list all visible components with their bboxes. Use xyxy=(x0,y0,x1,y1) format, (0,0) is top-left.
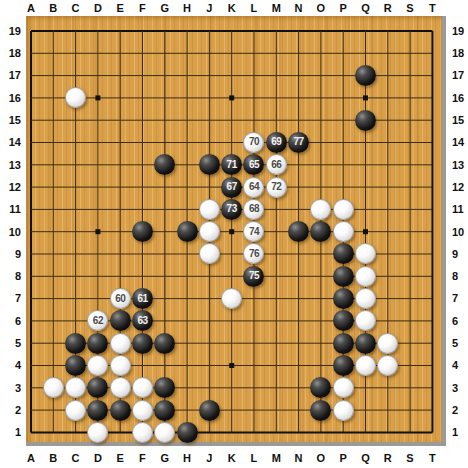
col-label: H xyxy=(176,450,198,466)
col-label: Q xyxy=(354,450,376,466)
col-label: P xyxy=(332,0,354,16)
stones-layer: 706977716566676472736874767560616263 xyxy=(20,20,444,444)
stone-black xyxy=(110,310,131,331)
stone-black: 63 xyxy=(132,310,153,331)
row-label: 14 xyxy=(452,131,468,153)
stone-white xyxy=(355,243,376,264)
stone-white xyxy=(377,333,398,354)
stone-black: 71 xyxy=(221,154,242,175)
col-label: E xyxy=(109,0,131,16)
stone-white xyxy=(65,87,86,108)
stone-white xyxy=(132,400,153,421)
move-number: 73 xyxy=(227,204,237,214)
move-number: 62 xyxy=(93,316,103,326)
col-label: S xyxy=(399,450,421,466)
stone-white xyxy=(132,422,153,443)
stone-white xyxy=(43,377,64,398)
stone-black: 75 xyxy=(243,266,264,287)
col-label: N xyxy=(287,0,309,16)
move-number: 76 xyxy=(249,249,259,259)
go-board[interactable]: 706977716566676472736874767560616263 xyxy=(26,16,446,446)
stone-black xyxy=(154,377,175,398)
stone-black xyxy=(87,400,108,421)
col-label: T xyxy=(421,450,443,466)
stone-black xyxy=(333,333,354,354)
stone-black xyxy=(333,243,354,264)
move-number: 67 xyxy=(227,182,237,192)
col-label: D xyxy=(87,450,109,466)
row-label: 8 xyxy=(452,265,468,287)
stone-white xyxy=(65,377,86,398)
col-label: R xyxy=(377,450,399,466)
stone-white xyxy=(65,400,86,421)
row-label: 16 xyxy=(452,87,468,109)
move-number: 70 xyxy=(249,137,259,147)
move-number: 64 xyxy=(249,182,259,192)
stone-white xyxy=(355,310,376,331)
col-label: D xyxy=(87,0,109,16)
stone-black xyxy=(154,154,175,175)
stone-black xyxy=(87,333,108,354)
stone-black xyxy=(177,422,198,443)
row-label: 1 xyxy=(452,421,468,443)
stone-black xyxy=(355,333,376,354)
stone-white xyxy=(333,199,354,220)
stone-white xyxy=(333,400,354,421)
stone-white: 76 xyxy=(243,243,264,264)
go-board-screen: ABCDEFGHJKLMNOPQRST ABCDEFGHJKLMNOPQRST … xyxy=(0,0,468,468)
column-labels-bottom: ABCDEFGHJKLMNOPQRST xyxy=(20,450,444,466)
stone-white xyxy=(355,288,376,309)
column-labels-top: ABCDEFGHJKLMNOPQRST xyxy=(20,0,444,16)
col-label: N xyxy=(287,450,309,466)
stone-black: 65 xyxy=(243,154,264,175)
row-label: 19 xyxy=(452,20,468,42)
move-number: 77 xyxy=(294,137,304,147)
col-label: A xyxy=(20,0,42,16)
move-number: 60 xyxy=(115,294,125,304)
stone-white xyxy=(154,422,175,443)
row-label: 6 xyxy=(452,310,468,332)
stone-black xyxy=(199,400,220,421)
col-label: Q xyxy=(354,0,376,16)
row-label: 10 xyxy=(452,221,468,243)
move-number: 66 xyxy=(271,160,281,170)
move-number: 72 xyxy=(271,182,281,192)
row-label: 12 xyxy=(452,176,468,198)
stone-black xyxy=(333,266,354,287)
stone-black xyxy=(110,400,131,421)
row-label: 5 xyxy=(452,332,468,354)
col-label: G xyxy=(154,450,176,466)
stone-white xyxy=(333,221,354,242)
col-label: K xyxy=(221,450,243,466)
col-label: M xyxy=(265,0,287,16)
stone-black xyxy=(310,377,331,398)
stone-black xyxy=(87,377,108,398)
stone-black xyxy=(132,221,153,242)
stone-black xyxy=(132,333,153,354)
stone-white: 68 xyxy=(243,199,264,220)
stone-black xyxy=(333,355,354,376)
stone-white: 72 xyxy=(266,177,287,198)
col-label: P xyxy=(332,450,354,466)
stone-white: 64 xyxy=(243,177,264,198)
stone-black xyxy=(154,400,175,421)
row-label: 2 xyxy=(452,399,468,421)
stone-white xyxy=(355,355,376,376)
col-label: F xyxy=(131,450,153,466)
col-label: S xyxy=(399,0,421,16)
col-label: G xyxy=(154,0,176,16)
stone-white: 66 xyxy=(266,154,287,175)
row-label: 18 xyxy=(452,42,468,64)
stone-black xyxy=(177,221,198,242)
stone-white xyxy=(110,377,131,398)
stone-white xyxy=(132,377,153,398)
stone-white xyxy=(110,333,131,354)
col-label: F xyxy=(131,0,153,16)
stone-white xyxy=(87,422,108,443)
stone-black: 67 xyxy=(221,177,242,198)
move-number: 63 xyxy=(137,316,147,326)
stone-white xyxy=(333,377,354,398)
stone-black xyxy=(355,65,376,86)
move-number: 65 xyxy=(249,160,259,170)
col-label: H xyxy=(176,0,198,16)
row-label: 11 xyxy=(452,198,468,220)
stone-white xyxy=(110,355,131,376)
col-label: J xyxy=(198,0,220,16)
stone-white xyxy=(377,355,398,376)
col-label: C xyxy=(64,450,86,466)
stone-black xyxy=(65,355,86,376)
stone-white xyxy=(199,243,220,264)
col-label: O xyxy=(310,0,332,16)
col-label: O xyxy=(310,450,332,466)
col-label: L xyxy=(243,450,265,466)
stone-black xyxy=(154,333,175,354)
row-label: 7 xyxy=(452,287,468,309)
row-label: 9 xyxy=(452,243,468,265)
col-label: B xyxy=(42,0,64,16)
col-label: B xyxy=(42,450,64,466)
row-label: 3 xyxy=(452,377,468,399)
stone-white: 62 xyxy=(87,310,108,331)
row-label: 13 xyxy=(452,154,468,176)
move-number: 74 xyxy=(249,227,259,237)
stone-white: 70 xyxy=(243,132,264,153)
stone-black xyxy=(288,221,309,242)
col-label: E xyxy=(109,450,131,466)
col-label: K xyxy=(221,0,243,16)
stone-black xyxy=(333,288,354,309)
col-label: C xyxy=(64,0,86,16)
row-labels-right: 19181716151413121110987654321 xyxy=(452,20,468,444)
stone-white xyxy=(355,266,376,287)
row-label: 15 xyxy=(452,109,468,131)
stone-black xyxy=(199,154,220,175)
stone-white xyxy=(310,199,331,220)
move-number: 69 xyxy=(271,137,281,147)
stone-white xyxy=(199,221,220,242)
stone-black xyxy=(65,333,86,354)
col-label: M xyxy=(265,450,287,466)
row-label: 4 xyxy=(452,354,468,376)
stone-black xyxy=(310,221,331,242)
move-number: 68 xyxy=(249,204,259,214)
col-label: T xyxy=(421,0,443,16)
row-label: 17 xyxy=(452,64,468,86)
col-label: R xyxy=(377,0,399,16)
stone-black: 61 xyxy=(132,288,153,309)
move-number: 75 xyxy=(249,271,259,281)
stone-white: 74 xyxy=(243,221,264,242)
col-label: J xyxy=(198,450,220,466)
stone-black: 77 xyxy=(288,132,309,153)
stone-black xyxy=(310,400,331,421)
col-label: A xyxy=(20,450,42,466)
move-number: 61 xyxy=(137,294,147,304)
stone-black: 69 xyxy=(266,132,287,153)
stone-black xyxy=(333,310,354,331)
stone-white xyxy=(87,355,108,376)
stone-white xyxy=(221,288,242,309)
stone-black: 73 xyxy=(221,199,242,220)
stone-white: 60 xyxy=(110,288,131,309)
move-number: 71 xyxy=(227,160,237,170)
stone-black xyxy=(355,110,376,131)
stone-white xyxy=(199,199,220,220)
col-label: L xyxy=(243,0,265,16)
